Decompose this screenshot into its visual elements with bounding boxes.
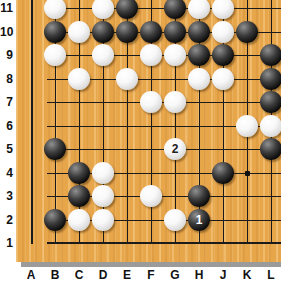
stone-white-G9 xyxy=(164,44,186,66)
grid-hline-1 xyxy=(47,242,281,244)
stone-black-E10 xyxy=(116,21,138,43)
stone-white-E8 xyxy=(116,68,138,90)
stone-black-D10 xyxy=(92,21,114,43)
stone-black-L8 xyxy=(260,68,281,90)
board-shadow xyxy=(21,262,281,267)
stone-black-L5 xyxy=(260,138,281,160)
stone-black-K10 xyxy=(236,21,258,43)
row-label-2: 2 xyxy=(0,213,13,227)
star-point-K4 xyxy=(245,171,250,176)
col-label-H: H xyxy=(191,268,207,282)
stone-white-F9 xyxy=(140,44,162,66)
stone-white-D2 xyxy=(92,209,114,231)
row-label-3: 3 xyxy=(0,189,13,203)
col-label-B: B xyxy=(47,268,63,282)
stone-white-L6 xyxy=(260,115,281,137)
row-label-9: 9 xyxy=(0,48,13,62)
stone-white-J10 xyxy=(212,21,234,43)
stone-black-L9 xyxy=(260,44,281,66)
stone-white-D3 xyxy=(92,185,114,207)
stone-white-F3 xyxy=(140,185,162,207)
row-label-10: 10 xyxy=(0,25,13,39)
stone-white-B11 xyxy=(44,0,66,19)
row-label-1: 1 xyxy=(0,236,13,250)
col-label-J: J xyxy=(215,268,231,282)
stone-white-C8 xyxy=(68,68,90,90)
stone-black-H2: 1 xyxy=(188,209,210,231)
stone-black-H10 xyxy=(188,21,210,43)
col-label-E: E xyxy=(119,268,135,282)
go-board[interactable]: 21 xyxy=(16,0,281,262)
stone-black-E11 xyxy=(116,0,138,19)
col-label-F: F xyxy=(143,268,159,282)
stone-white-G2 xyxy=(164,209,186,231)
stone-white-H8 xyxy=(188,68,210,90)
go-diagram: 21 1110987654321ABCDEFGHJKL xyxy=(0,0,281,284)
col-label-D: D xyxy=(95,268,111,282)
stone-white-C2 xyxy=(68,209,90,231)
col-label-L: L xyxy=(263,268,279,282)
col-label-A: A xyxy=(23,268,39,282)
stone-white-D11 xyxy=(92,0,114,19)
stone-black-G10 xyxy=(164,21,186,43)
stone-white-J8 xyxy=(212,68,234,90)
stone-black-L7 xyxy=(260,91,281,113)
stone-black-G11 xyxy=(164,0,186,19)
stone-black-B2 xyxy=(44,209,66,231)
stone-black-F10 xyxy=(140,21,162,43)
stone-black-J9 xyxy=(212,44,234,66)
stone-black-H3 xyxy=(188,185,210,207)
stone-black-B5 xyxy=(44,138,66,160)
grid-vline-A xyxy=(31,0,33,244)
stone-black-J4 xyxy=(212,162,234,184)
stone-white-H11 xyxy=(188,0,210,19)
stone-white-G5: 2 xyxy=(164,138,186,160)
stone-white-D9 xyxy=(92,44,114,66)
row-label-5: 5 xyxy=(0,142,13,156)
row-label-8: 8 xyxy=(0,72,13,86)
row-label-11: 11 xyxy=(0,1,13,15)
stone-black-B10 xyxy=(44,21,66,43)
stone-white-K6 xyxy=(236,115,258,137)
col-label-G: G xyxy=(167,268,183,282)
stone-white-D4 xyxy=(92,162,114,184)
col-label-C: C xyxy=(71,268,87,282)
row-label-6: 6 xyxy=(0,119,13,133)
stone-white-C10 xyxy=(68,21,90,43)
stone-black-H9 xyxy=(188,44,210,66)
col-label-K: K xyxy=(239,268,255,282)
stone-white-F7 xyxy=(140,91,162,113)
row-label-4: 4 xyxy=(0,166,13,180)
stone-white-B9 xyxy=(44,44,66,66)
stone-white-J11 xyxy=(212,0,234,19)
stone-white-G7 xyxy=(164,91,186,113)
stone-black-C3 xyxy=(68,185,90,207)
stone-black-C4 xyxy=(68,162,90,184)
row-label-7: 7 xyxy=(0,95,13,109)
